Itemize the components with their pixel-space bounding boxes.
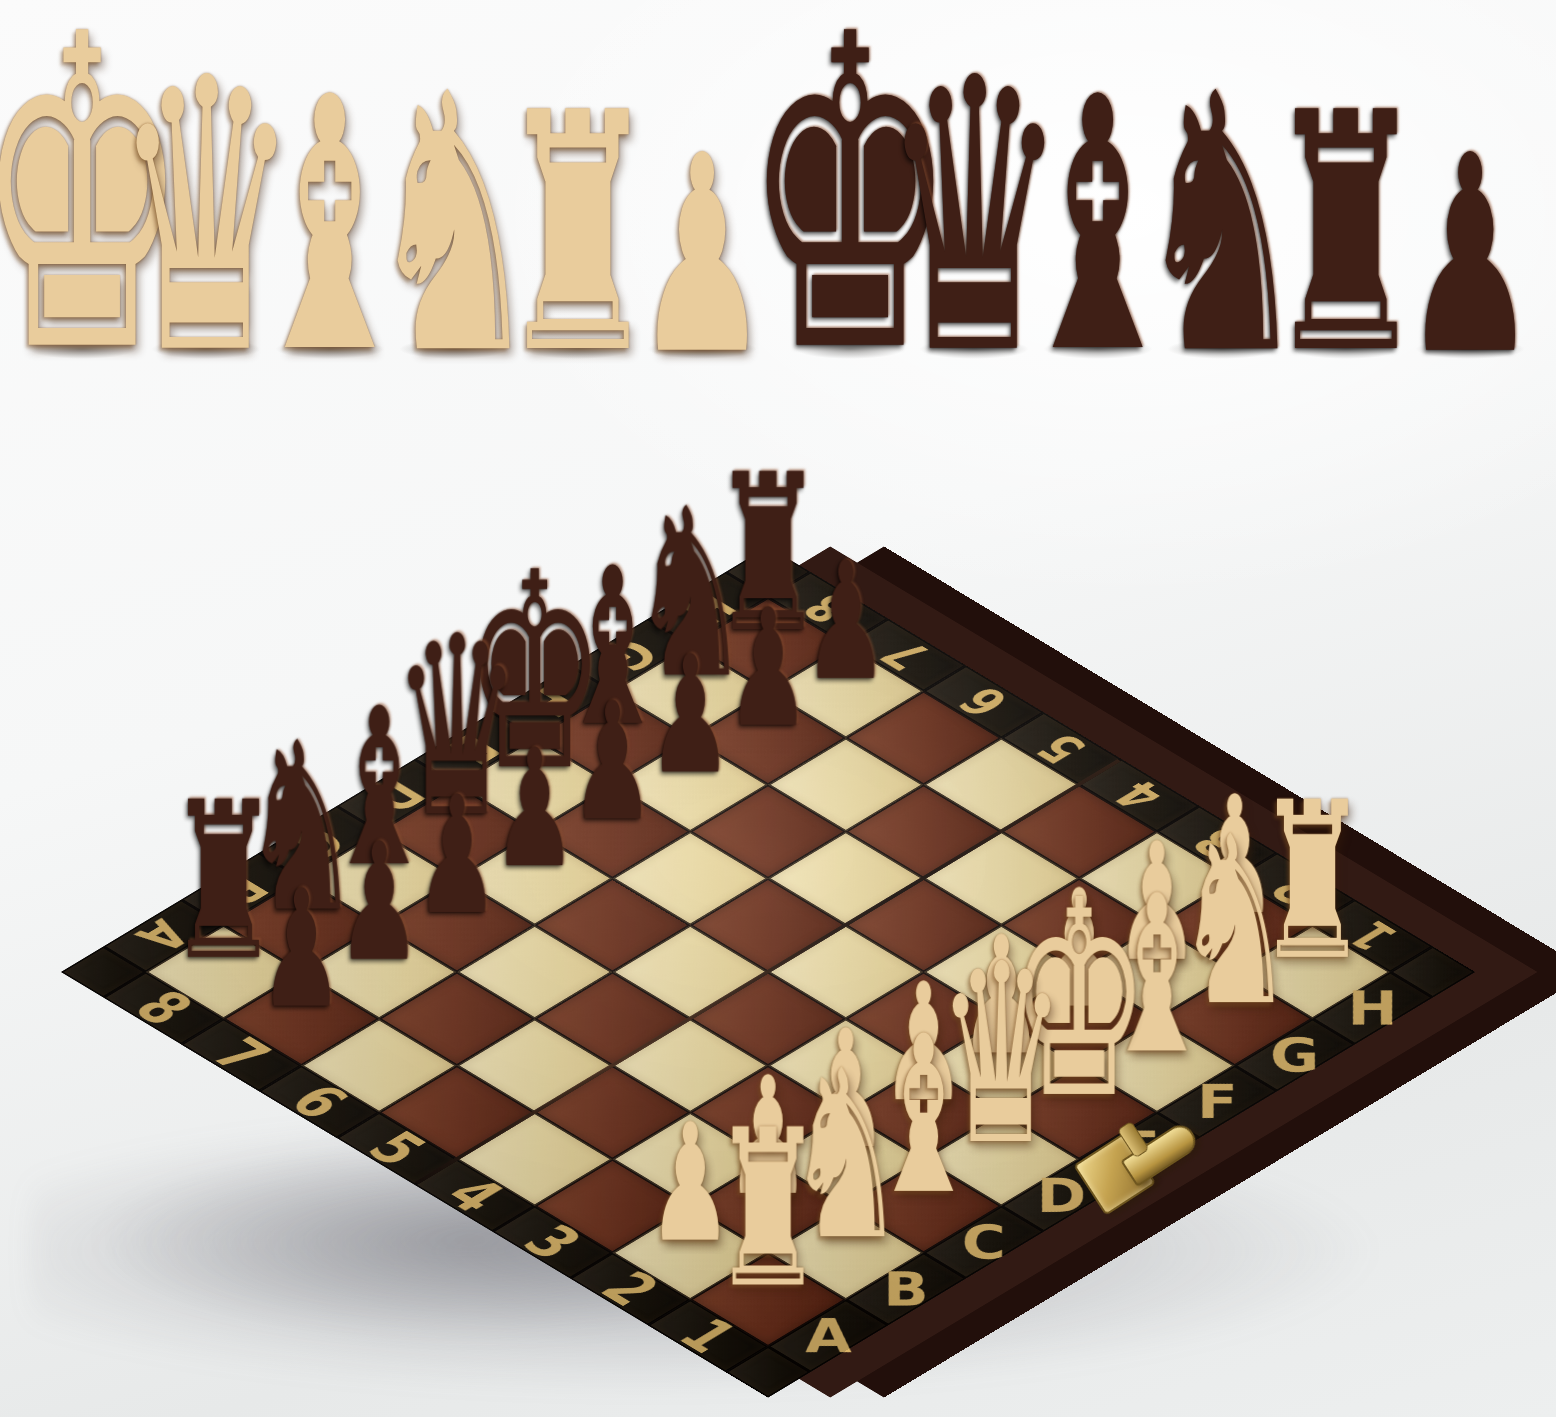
display-slot-black-rook: ♜ xyxy=(1284,8,1408,356)
black-pawn-glyph: ♟ xyxy=(492,729,577,892)
file-label-text: A xyxy=(805,1312,851,1359)
file-label-text: H xyxy=(1347,985,1397,1032)
display-row-black: ♚♛♝♞♜♟ xyxy=(788,8,1532,356)
product-photo-scene: ♚♛♝♞♜♟ ♚♛♝♞♜♟ ABCDEFGH8♜♞♝♛♚♝♞♜87♟♟♟♟♟♟♟… xyxy=(0,0,1556,1417)
white-rook-glyph: ♜ xyxy=(712,1101,825,1318)
display-slot-white-rook: ♜ xyxy=(516,8,640,356)
black-pawn-glyph: ♟ xyxy=(570,682,655,845)
black-pawn-glyph: ♟ xyxy=(259,869,344,1032)
file-label-text: C xyxy=(962,1219,1006,1266)
rank-label-text: 8 xyxy=(124,984,204,1032)
rank-label-text: 7 xyxy=(201,1031,281,1079)
file-label-text: G xyxy=(1270,1032,1319,1079)
rank-label-text: 5 xyxy=(1027,728,1096,769)
black-pawn-glyph: ♟ xyxy=(726,588,811,751)
file-label-text: B xyxy=(883,1266,929,1313)
black-pawn-glyph: ♟ xyxy=(803,541,888,704)
black-pawn-display-glyph: ♟ xyxy=(1403,119,1537,391)
black-pawn-glyph: ♟ xyxy=(415,776,500,939)
display-row-white: ♚♛♝♞♜♟ xyxy=(20,8,764,356)
black-pawn-glyph: ♟ xyxy=(337,822,422,985)
rank-label-text: 6 xyxy=(949,681,1018,722)
black-pawn-glyph: ♟ xyxy=(648,635,733,798)
